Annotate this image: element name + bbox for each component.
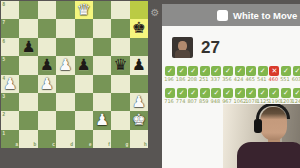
square-f1[interactable]: f <box>93 130 111 148</box>
fail-x-icon: ✕ <box>269 66 279 76</box>
file-label-c: c <box>52 142 55 147</box>
puzzle-result-4[interactable]: ✓251 <box>200 66 210 82</box>
square-h8[interactable] <box>130 1 148 19</box>
piece-white-P-d5[interactable]: ♟ <box>56 56 74 74</box>
check-icon: ✓ <box>246 88 256 98</box>
avatar-body <box>175 50 190 58</box>
piece-black-P-e5[interactable]: ♟ <box>75 56 93 74</box>
file-label-f: f <box>108 142 110 147</box>
puzzle-result-22[interactable]: ✓1190 <box>269 88 279 104</box>
square-e1[interactable]: e <box>75 130 93 148</box>
puzzle-result-14[interactable]: ✓774 <box>177 88 187 104</box>
check-icon: ✓ <box>235 88 245 98</box>
score-row: 27 <box>172 37 220 58</box>
piece-white-P-f2[interactable]: ♟ <box>93 111 111 129</box>
square-g7[interactable] <box>111 19 129 37</box>
puzzle-result-9[interactable]: ✓541 <box>258 66 268 82</box>
square-b6[interactable]: ♟ <box>19 38 37 56</box>
check-icon: ✓ <box>293 66 300 76</box>
rank-label-6: 6 <box>3 39 6 44</box>
square-d6[interactable] <box>56 38 74 56</box>
puzzle-rating: 541 <box>257 77 267 82</box>
square-c6[interactable] <box>38 38 56 56</box>
file-label-e: e <box>89 142 92 147</box>
check-icon: ✓ <box>293 88 300 98</box>
piece-black-P-c5[interactable]: ♟ <box>38 56 56 74</box>
puzzle-rating: 859 <box>199 99 209 104</box>
square-b2[interactable] <box>19 111 37 129</box>
check-icon: ✓ <box>165 88 175 98</box>
square-d4[interactable] <box>56 75 74 93</box>
avatar[interactable] <box>172 37 193 58</box>
check-icon: ✓ <box>188 66 198 76</box>
rank-label-2: 2 <box>3 112 6 117</box>
puzzle-rating: 465 <box>245 77 255 82</box>
check-icon: ✓ <box>258 88 268 98</box>
square-a4[interactable]: ♟4 <box>1 75 19 93</box>
puzzle-result-18[interactable]: ✓967 <box>223 88 233 104</box>
square-f5[interactable] <box>93 56 111 74</box>
puzzle-result-row-1: ✓196✓186✓208✓251✓337✓356✓424✓465✓541✕460… <box>165 66 300 82</box>
file-label-a: a <box>15 142 18 147</box>
puzzle-rating: 774 <box>176 99 186 104</box>
puzzle-rating: 603 <box>292 77 300 82</box>
square-d5[interactable]: ♟ <box>56 56 74 74</box>
rank-label-5: 5 <box>3 57 6 62</box>
check-icon: ✓ <box>223 66 233 76</box>
puzzle-result-1[interactable]: ✓196 <box>165 66 175 82</box>
puzzle-rating: 424 <box>234 77 244 82</box>
puzzle-rating: 460 <box>268 77 278 82</box>
square-g4[interactable] <box>111 75 129 93</box>
check-icon: ✓ <box>235 66 245 76</box>
square-c5[interactable]: ♟ <box>38 56 56 74</box>
piece-white-P-h3[interactable]: ♟ <box>130 93 148 111</box>
piece-black-K-h7[interactable]: ♚ <box>130 19 148 37</box>
rank-label-3: 3 <box>3 94 6 99</box>
puzzle-rating: 196 <box>164 77 174 82</box>
puzzle-result-12[interactable]: ✓603 <box>293 66 300 82</box>
check-icon: ✓ <box>188 88 198 98</box>
square-f6[interactable] <box>93 38 111 56</box>
file-label-d: d <box>70 142 73 147</box>
puzzle-rating: 948 <box>210 99 220 104</box>
puzzle-result-3[interactable]: ✓208 <box>188 66 198 82</box>
puzzle-rating: 551 <box>280 77 290 82</box>
webcam-person-shirt <box>237 142 300 168</box>
square-h3[interactable]: ♟ <box>130 93 148 111</box>
square-d1[interactable]: d <box>56 130 74 148</box>
square-b4[interactable] <box>19 75 37 93</box>
piece-white-P-c4[interactable]: ♟ <box>38 75 56 93</box>
square-e7[interactable] <box>75 19 93 37</box>
square-h5[interactable]: ♟ <box>130 56 148 74</box>
piece-white-K-h2[interactable]: ♚ <box>130 111 148 129</box>
square-b3[interactable] <box>19 93 37 111</box>
square-a7[interactable]: 7 <box>1 19 19 37</box>
puzzle-rating: 337 <box>210 77 220 82</box>
check-icon: ✓ <box>269 88 279 98</box>
square-h6[interactable] <box>130 38 148 56</box>
square-g1[interactable]: g <box>111 130 129 148</box>
square-d8[interactable] <box>56 1 74 19</box>
square-g2[interactable] <box>111 111 129 129</box>
square-a8[interactable]: 8 <box>1 1 19 19</box>
square-c8[interactable] <box>38 1 56 19</box>
square-e2[interactable] <box>75 111 93 129</box>
square-c2[interactable] <box>38 111 56 129</box>
square-g6[interactable] <box>111 38 129 56</box>
square-h1[interactable]: h <box>130 130 148 148</box>
square-g8[interactable] <box>111 1 129 19</box>
square-h7[interactable]: ♚ <box>130 19 148 37</box>
square-a6[interactable]: 6 <box>1 38 19 56</box>
rank-label-4: 4 <box>3 76 6 81</box>
turn-indicator-bar: White to Move <box>162 4 300 26</box>
puzzle-result-24[interactable]: ✓1241 <box>293 88 300 104</box>
turn-indicator-label: White to Move <box>233 10 297 21</box>
square-a1[interactable]: 1a <box>1 130 19 148</box>
puzzle-rating: 186 <box>176 77 186 82</box>
square-g3[interactable] <box>111 93 129 111</box>
square-b1[interactable]: b <box>19 130 37 148</box>
check-icon: ✓ <box>200 88 210 98</box>
square-a5[interactable]: 5 <box>1 56 19 74</box>
check-icon: ✓ <box>211 66 221 76</box>
square-a2[interactable]: 2 <box>1 111 19 129</box>
check-icon: ✓ <box>246 66 256 76</box>
puzzle-result-row-2: ✓716✓774✓807✓859✓948✓967✓1062✓1078✓1125✓… <box>165 88 300 104</box>
headphones-earcup <box>254 119 262 133</box>
square-f2[interactable]: ♟ <box>93 111 111 129</box>
puzzle-result-15[interactable]: ✓807 <box>188 88 198 104</box>
right-panel: 27 ✓196✓186✓208✓251✓337✓356✓424✓465✓541✕… <box>162 26 300 168</box>
puzzle-rating: 208 <box>187 77 197 82</box>
white-square-icon <box>217 10 228 21</box>
puzzle-result-19[interactable]: ✓1062 <box>235 88 245 104</box>
square-e5[interactable]: ♟ <box>75 56 93 74</box>
square-e6[interactable] <box>75 38 93 56</box>
puzzle-result-21[interactable]: ✓1125 <box>258 88 268 104</box>
rank-label-8: 8 <box>3 2 6 7</box>
square-d2[interactable] <box>56 111 74 129</box>
file-label-b: b <box>34 142 37 147</box>
check-icon: ✓ <box>258 66 268 76</box>
file-label-g: g <box>125 142 128 147</box>
webcam-video <box>223 104 300 168</box>
check-icon: ✓ <box>223 88 233 98</box>
square-c7[interactable] <box>38 19 56 37</box>
square-b5[interactable] <box>19 56 37 74</box>
puzzle-rating: 716 <box>164 99 174 104</box>
rank-label-1: 1 <box>3 131 6 136</box>
check-icon: ✓ <box>165 66 175 76</box>
puzzle-result-17[interactable]: ✓948 <box>211 88 221 104</box>
square-c3[interactable] <box>38 93 56 111</box>
square-d7[interactable] <box>56 19 74 37</box>
puzzle-result-11[interactable]: ✓551 <box>281 66 291 82</box>
chess-board[interactable]: 8♛7♚6♟5♟♟♟♛♟♟4♟3♟2♟♚1abcdefgh <box>1 1 148 148</box>
square-c1[interactable]: c <box>38 130 56 148</box>
puzzle-rating: 356 <box>222 77 232 82</box>
file-label-h: h <box>144 142 147 147</box>
settings-gear-icon[interactable]: ⚙ <box>149 7 161 19</box>
check-icon: ✓ <box>200 66 210 76</box>
square-h4[interactable] <box>130 75 148 93</box>
piece-black-Q-g5[interactable]: ♛ <box>111 56 129 74</box>
square-f7[interactable] <box>93 19 111 37</box>
piece-white-Q-e8[interactable]: ♛ <box>75 1 93 19</box>
square-f4[interactable] <box>93 75 111 93</box>
piece-black-P-b6[interactable]: ♟ <box>19 38 37 56</box>
puzzle-result-20[interactable]: ✓1078 <box>246 88 256 104</box>
puzzle-result-2[interactable]: ✓186 <box>177 66 187 82</box>
check-icon: ✓ <box>281 66 291 76</box>
square-e3[interactable] <box>75 93 93 111</box>
square-f3[interactable] <box>93 93 111 111</box>
rank-label-7: 7 <box>3 20 6 25</box>
square-e8[interactable]: ♛ <box>75 1 93 19</box>
check-icon: ✓ <box>211 88 221 98</box>
square-h2[interactable]: ♚ <box>130 111 148 129</box>
score-value: 27 <box>201 38 220 58</box>
puzzle-result-16[interactable]: ✓859 <box>200 88 210 104</box>
puzzle-result-8[interactable]: ✓465 <box>246 66 256 82</box>
square-d3[interactable] <box>56 93 74 111</box>
check-icon: ✓ <box>177 66 187 76</box>
puzzle-result-7[interactable]: ✓424 <box>235 66 245 82</box>
square-c4[interactable]: ♟ <box>38 75 56 93</box>
square-b8[interactable] <box>19 1 37 19</box>
puzzle-rating: 807 <box>187 99 197 104</box>
puzzle-result-5[interactable]: ✓337 <box>211 66 221 82</box>
square-f8[interactable] <box>93 1 111 19</box>
puzzle-result-13[interactable]: ✓716 <box>165 88 175 104</box>
square-b7[interactable] <box>19 19 37 37</box>
puzzle-result-6[interactable]: ✓356 <box>223 66 233 82</box>
puzzle-result-10[interactable]: ✕460 <box>269 66 279 82</box>
puzzle-result-23[interactable]: ✓1203 <box>281 88 291 104</box>
check-icon: ✓ <box>177 88 187 98</box>
square-e4[interactable] <box>75 75 93 93</box>
square-a3[interactable]: 3 <box>1 93 19 111</box>
square-g5[interactable]: ♛ <box>111 56 129 74</box>
check-icon: ✓ <box>281 88 291 98</box>
puzzle-rating: 251 <box>199 77 209 82</box>
piece-black-P-h5[interactable]: ♟ <box>130 56 148 74</box>
